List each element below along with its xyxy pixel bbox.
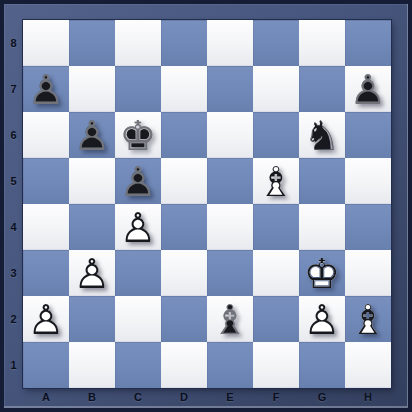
rank-label-8: 8 (4, 20, 23, 66)
black-king-glyph-outline: ♔ (115, 112, 161, 158)
square-f3[interactable] (253, 250, 299, 296)
file-label-f: F (253, 388, 299, 406)
square-e6[interactable] (207, 112, 253, 158)
piece-black-king: ♚♔ (115, 112, 161, 158)
rank-label-2: 2 (4, 296, 23, 342)
white-pawn-glyph-body: ♟ (299, 296, 345, 342)
square-e5[interactable] (207, 158, 253, 204)
file-label-h: H (345, 388, 391, 406)
white-pawn-glyph-outline: ♙ (115, 204, 161, 250)
square-f5[interactable]: ♝♗ (253, 158, 299, 204)
white-bishop-glyph-outline: ♗ (253, 158, 299, 204)
piece-white-pawn: ♟♙ (115, 204, 161, 250)
black-knight-glyph-outline: ♘ (299, 112, 345, 158)
chess-diagram: 87654321 ABCDEFGH ♟♙♟♙♟♙♚♔♞♘♟♙♝♗♟♙♟♙♚♔♟♙… (0, 0, 412, 412)
piece-black-pawn: ♟♙ (345, 66, 391, 112)
square-f8[interactable] (253, 20, 299, 66)
square-d5[interactable] (161, 158, 207, 204)
square-f2[interactable] (253, 296, 299, 342)
square-a1[interactable] (23, 342, 69, 388)
square-d3[interactable] (161, 250, 207, 296)
square-e1[interactable] (207, 342, 253, 388)
square-e7[interactable] (207, 66, 253, 112)
square-g2[interactable]: ♟♙ (299, 296, 345, 342)
square-c2[interactable] (115, 296, 161, 342)
square-e2[interactable]: ♝♗ (207, 296, 253, 342)
square-g3[interactable]: ♚♔ (299, 250, 345, 296)
square-a5[interactable] (23, 158, 69, 204)
square-b1[interactable] (69, 342, 115, 388)
file-label-e: E (207, 388, 253, 406)
black-knight-glyph-body: ♞ (299, 112, 345, 158)
file-label-c: C (115, 388, 161, 406)
piece-black-pawn: ♟♙ (115, 158, 161, 204)
file-label-b: B (69, 388, 115, 406)
square-c6[interactable]: ♚♔ (115, 112, 161, 158)
white-pawn-glyph-body: ♟ (115, 204, 161, 250)
piece-black-knight: ♞♘ (299, 112, 345, 158)
square-a8[interactable] (23, 20, 69, 66)
rank-label-1: 1 (4, 342, 23, 388)
piece-white-pawn: ♟♙ (299, 296, 345, 342)
rank-label-4: 4 (4, 204, 23, 250)
rank-label-6: 6 (4, 112, 23, 158)
square-g4[interactable] (299, 204, 345, 250)
square-e8[interactable] (207, 20, 253, 66)
piece-white-king: ♚♔ (299, 250, 345, 296)
square-f6[interactable] (253, 112, 299, 158)
white-pawn-glyph-outline: ♙ (69, 250, 115, 296)
piece-black-pawn: ♟♙ (23, 66, 69, 112)
white-bishop-glyph-body: ♝ (345, 296, 391, 342)
black-pawn-glyph-outline: ♙ (23, 66, 69, 112)
file-label-d: D (161, 388, 207, 406)
black-pawn-glyph-outline: ♙ (345, 66, 391, 112)
white-bishop-glyph-body: ♝ (253, 158, 299, 204)
black-bishop-glyph-body: ♝ (207, 296, 253, 342)
piece-white-pawn: ♟♙ (23, 296, 69, 342)
square-a7[interactable]: ♟♙ (23, 66, 69, 112)
file-label-a: A (23, 388, 69, 406)
piece-white-bishop: ♝♗ (345, 296, 391, 342)
square-d2[interactable] (161, 296, 207, 342)
square-g5[interactable] (299, 158, 345, 204)
black-king-glyph-body: ♚ (115, 112, 161, 158)
white-bishop-glyph-outline: ♗ (345, 296, 391, 342)
square-c1[interactable] (115, 342, 161, 388)
white-king-glyph-outline: ♔ (299, 250, 345, 296)
black-bishop-glyph-outline: ♗ (207, 296, 253, 342)
square-h8[interactable] (345, 20, 391, 66)
black-pawn-glyph-body: ♟ (69, 112, 115, 158)
square-d7[interactable] (161, 66, 207, 112)
square-h3[interactable] (345, 250, 391, 296)
white-pawn-glyph-outline: ♙ (23, 296, 69, 342)
white-king-glyph-body: ♚ (299, 250, 345, 296)
black-pawn-glyph-outline: ♙ (69, 112, 115, 158)
piece-black-pawn: ♟♙ (69, 112, 115, 158)
square-h7[interactable]: ♟♙ (345, 66, 391, 112)
white-pawn-glyph-outline: ♙ (299, 296, 345, 342)
black-pawn-glyph-body: ♟ (345, 66, 391, 112)
square-d8[interactable] (161, 20, 207, 66)
square-h5[interactable] (345, 158, 391, 204)
square-b8[interactable] (69, 20, 115, 66)
square-a6[interactable] (23, 112, 69, 158)
square-a4[interactable] (23, 204, 69, 250)
square-e3[interactable] (207, 250, 253, 296)
square-f1[interactable] (253, 342, 299, 388)
square-c5[interactable]: ♟♙ (115, 158, 161, 204)
square-b7[interactable] (69, 66, 115, 112)
square-h4[interactable] (345, 204, 391, 250)
black-pawn-glyph-body: ♟ (23, 66, 69, 112)
square-g8[interactable] (299, 20, 345, 66)
white-pawn-glyph-body: ♟ (69, 250, 115, 296)
square-h6[interactable] (345, 112, 391, 158)
square-b3[interactable]: ♟♙ (69, 250, 115, 296)
square-c7[interactable] (115, 66, 161, 112)
square-b4[interactable] (69, 204, 115, 250)
rank-label-5: 5 (4, 158, 23, 204)
square-a3[interactable] (23, 250, 69, 296)
piece-white-pawn: ♟♙ (69, 250, 115, 296)
square-b2[interactable] (69, 296, 115, 342)
square-g7[interactable] (299, 66, 345, 112)
black-pawn-glyph-outline: ♙ (115, 158, 161, 204)
square-d4[interactable] (161, 204, 207, 250)
rank-labels: 87654321 (4, 20, 23, 388)
white-pawn-glyph-body: ♟ (23, 296, 69, 342)
square-a2[interactable]: ♟♙ (23, 296, 69, 342)
rank-label-3: 3 (4, 250, 23, 296)
square-b6[interactable]: ♟♙ (69, 112, 115, 158)
square-g6[interactable]: ♞♘ (299, 112, 345, 158)
piece-black-bishop: ♝♗ (207, 296, 253, 342)
square-c4[interactable]: ♟♙ (115, 204, 161, 250)
square-d1[interactable] (161, 342, 207, 388)
square-g1[interactable] (299, 342, 345, 388)
square-e4[interactable] (207, 204, 253, 250)
square-h2[interactable]: ♝♗ (345, 296, 391, 342)
chess-board: ♟♙♟♙♟♙♚♔♞♘♟♙♝♗♟♙♟♙♚♔♟♙♝♗♟♙♝♗ (23, 20, 391, 388)
square-c3[interactable] (115, 250, 161, 296)
black-pawn-glyph-body: ♟ (115, 158, 161, 204)
square-d6[interactable] (161, 112, 207, 158)
rank-label-7: 7 (4, 66, 23, 112)
piece-white-bishop: ♝♗ (253, 158, 299, 204)
file-label-g: G (299, 388, 345, 406)
square-f4[interactable] (253, 204, 299, 250)
file-labels: ABCDEFGH (23, 388, 391, 406)
square-b5[interactable] (69, 158, 115, 204)
square-c8[interactable] (115, 20, 161, 66)
square-f7[interactable] (253, 66, 299, 112)
square-h1[interactable] (345, 342, 391, 388)
